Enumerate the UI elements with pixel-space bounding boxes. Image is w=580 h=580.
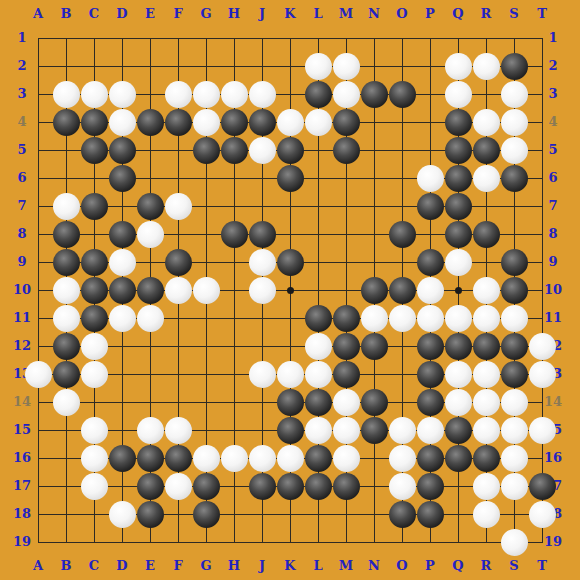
black-stone-H5 — [221, 137, 248, 164]
black-stone-S9 — [501, 249, 528, 276]
white-stone-B7 — [53, 193, 80, 220]
black-stone-P9 — [417, 249, 444, 276]
black-stone-P12 — [417, 333, 444, 360]
white-stone-H3 — [221, 81, 248, 108]
white-stone-S14 — [501, 389, 528, 416]
white-stone-M15 — [333, 417, 360, 444]
black-stone-P7 — [417, 193, 444, 220]
black-stone-N15 — [361, 417, 388, 444]
white-stone-B3 — [53, 81, 80, 108]
go-board[interactable]: AABBCCDDEEFFGGHHJJKKLLMMNNOOPPQQRRSSTT11… — [0, 0, 580, 580]
black-stone-Q16 — [445, 445, 472, 472]
white-stone-H16 — [221, 445, 248, 472]
coordinate-label: 1 — [539, 30, 567, 46]
coordinate-label: N — [360, 6, 388, 22]
coordinate-label: J — [248, 558, 276, 574]
black-stone-J4 — [249, 109, 276, 136]
coordinate-label: R — [472, 6, 500, 22]
white-stone-F3 — [165, 81, 192, 108]
black-stone-C7 — [81, 193, 108, 220]
white-stone-C13 — [81, 361, 108, 388]
black-stone-D10 — [109, 277, 136, 304]
black-stone-E4 — [137, 109, 164, 136]
black-stone-R12 — [473, 333, 500, 360]
coordinate-label: 4 — [8, 114, 36, 130]
coordinate-label: H — [220, 558, 248, 574]
black-stone-H4 — [221, 109, 248, 136]
white-stone-S4 — [501, 109, 528, 136]
white-stone-E8 — [137, 221, 164, 248]
white-stone-S16 — [501, 445, 528, 472]
coordinate-label: 15 — [8, 422, 36, 438]
black-stone-K17 — [277, 473, 304, 500]
white-stone-R10 — [473, 277, 500, 304]
white-stone-F17 — [165, 473, 192, 500]
white-stone-T12 — [529, 333, 556, 360]
coordinate-label: 12 — [8, 338, 36, 354]
black-stone-F16 — [165, 445, 192, 472]
white-stone-E15 — [137, 417, 164, 444]
white-stone-Q9 — [445, 249, 472, 276]
black-stone-N12 — [361, 333, 388, 360]
white-stone-R6 — [473, 165, 500, 192]
white-stone-J16 — [249, 445, 276, 472]
coordinate-label: T — [528, 6, 556, 22]
black-stone-K6 — [277, 165, 304, 192]
black-stone-Q12 — [445, 333, 472, 360]
coordinate-label: S — [500, 558, 528, 574]
white-stone-G4 — [193, 109, 220, 136]
black-stone-P17 — [417, 473, 444, 500]
coordinate-label: G — [192, 558, 220, 574]
white-stone-T15 — [529, 417, 556, 444]
black-stone-K5 — [277, 137, 304, 164]
white-stone-D4 — [109, 109, 136, 136]
black-stone-L11 — [305, 305, 332, 332]
coordinate-label: 14 — [539, 394, 567, 410]
white-stone-P6 — [417, 165, 444, 192]
white-stone-K13 — [277, 361, 304, 388]
coordinate-label: N — [360, 558, 388, 574]
coordinate-label: J — [248, 6, 276, 22]
black-stone-S6 — [501, 165, 528, 192]
black-stone-E16 — [137, 445, 164, 472]
white-stone-G3 — [193, 81, 220, 108]
coordinate-label: D — [108, 558, 136, 574]
black-stone-B4 — [53, 109, 80, 136]
white-stone-G10 — [193, 277, 220, 304]
coordinate-label: 5 — [539, 142, 567, 158]
black-stone-G17 — [193, 473, 220, 500]
white-stone-C17 — [81, 473, 108, 500]
black-stone-O8 — [389, 221, 416, 248]
white-stone-R4 — [473, 109, 500, 136]
white-stone-M14 — [333, 389, 360, 416]
white-stone-O16 — [389, 445, 416, 472]
white-stone-R18 — [473, 501, 500, 528]
white-stone-O11 — [389, 305, 416, 332]
coordinate-label: C — [80, 6, 108, 22]
black-stone-G5 — [193, 137, 220, 164]
white-stone-R13 — [473, 361, 500, 388]
white-stone-P15 — [417, 417, 444, 444]
black-stone-C10 — [81, 277, 108, 304]
black-stone-F9 — [165, 249, 192, 276]
black-stone-C4 — [81, 109, 108, 136]
black-stone-K15 — [277, 417, 304, 444]
coordinate-label: 17 — [8, 478, 36, 494]
black-stone-P13 — [417, 361, 444, 388]
coordinate-label: M — [332, 558, 360, 574]
white-stone-C16 — [81, 445, 108, 472]
coordinate-label: P — [416, 6, 444, 22]
coordinate-label: H — [220, 6, 248, 22]
grid-line-horizontal — [38, 542, 543, 543]
black-stone-S10 — [501, 277, 528, 304]
white-stone-Q14 — [445, 389, 472, 416]
black-stone-D16 — [109, 445, 136, 472]
coordinate-label: 6 — [8, 170, 36, 186]
coordinate-label: 19 — [539, 534, 567, 550]
white-stone-R2 — [473, 53, 500, 80]
white-stone-L15 — [305, 417, 332, 444]
black-stone-M4 — [333, 109, 360, 136]
white-stone-Q3 — [445, 81, 472, 108]
black-stone-O18 — [389, 501, 416, 528]
white-stone-J5 — [249, 137, 276, 164]
white-stone-B10 — [53, 277, 80, 304]
coordinate-label: G — [192, 6, 220, 22]
black-stone-C9 — [81, 249, 108, 276]
coordinate-label: F — [164, 558, 192, 574]
black-stone-M12 — [333, 333, 360, 360]
white-stone-R14 — [473, 389, 500, 416]
coordinate-label: F — [164, 6, 192, 22]
coordinate-label: 6 — [539, 170, 567, 186]
black-stone-F4 — [165, 109, 192, 136]
coordinate-label: T — [528, 558, 556, 574]
black-stone-M17 — [333, 473, 360, 500]
black-stone-Q5 — [445, 137, 472, 164]
white-stone-N11 — [361, 305, 388, 332]
black-stone-Q15 — [445, 417, 472, 444]
white-stone-C3 — [81, 81, 108, 108]
coordinate-label: 16 — [539, 450, 567, 466]
black-stone-L3 — [305, 81, 332, 108]
coordinate-label: A — [24, 6, 52, 22]
white-stone-D11 — [109, 305, 136, 332]
white-stone-S3 — [501, 81, 528, 108]
white-stone-T18 — [529, 501, 556, 528]
black-stone-Q6 — [445, 165, 472, 192]
white-stone-B11 — [53, 305, 80, 332]
coordinate-label: P — [416, 558, 444, 574]
black-stone-S2 — [501, 53, 528, 80]
black-stone-B8 — [53, 221, 80, 248]
white-stone-K4 — [277, 109, 304, 136]
black-stone-L17 — [305, 473, 332, 500]
white-stone-C12 — [81, 333, 108, 360]
white-stone-S15 — [501, 417, 528, 444]
white-stone-R11 — [473, 305, 500, 332]
black-stone-L16 — [305, 445, 332, 472]
coordinate-label: 16 — [8, 450, 36, 466]
black-stone-Q8 — [445, 221, 472, 248]
black-stone-D8 — [109, 221, 136, 248]
white-stone-L12 — [305, 333, 332, 360]
black-stone-M11 — [333, 305, 360, 332]
black-stone-E7 — [137, 193, 164, 220]
white-stone-P11 — [417, 305, 444, 332]
white-stone-G16 — [193, 445, 220, 472]
black-stone-P14 — [417, 389, 444, 416]
white-stone-D18 — [109, 501, 136, 528]
white-stone-A13 — [25, 361, 52, 388]
coordinate-label: 7 — [539, 198, 567, 214]
coordinate-label: E — [136, 558, 164, 574]
white-stone-K16 — [277, 445, 304, 472]
black-stone-P16 — [417, 445, 444, 472]
coordinate-label: 11 — [539, 310, 567, 326]
coordinate-label: Q — [444, 558, 472, 574]
coordinate-label: 19 — [8, 534, 36, 550]
black-stone-N10 — [361, 277, 388, 304]
coordinate-label: K — [276, 6, 304, 22]
white-stone-S5 — [501, 137, 528, 164]
black-stone-M13 — [333, 361, 360, 388]
white-stone-Q2 — [445, 53, 472, 80]
coordinate-label: 10 — [539, 282, 567, 298]
white-stone-R15 — [473, 417, 500, 444]
coordinate-label: C — [80, 558, 108, 574]
white-stone-C15 — [81, 417, 108, 444]
black-stone-B13 — [53, 361, 80, 388]
black-stone-Q7 — [445, 193, 472, 220]
white-stone-F10 — [165, 277, 192, 304]
white-stone-M16 — [333, 445, 360, 472]
white-stone-E11 — [137, 305, 164, 332]
black-stone-N14 — [361, 389, 388, 416]
white-stone-L2 — [305, 53, 332, 80]
black-stone-E18 — [137, 501, 164, 528]
white-stone-M3 — [333, 81, 360, 108]
black-stone-G18 — [193, 501, 220, 528]
coordinate-label: 18 — [8, 506, 36, 522]
black-stone-N3 — [361, 81, 388, 108]
black-stone-P18 — [417, 501, 444, 528]
coordinate-label: 9 — [8, 254, 36, 270]
coordinate-label: M — [332, 6, 360, 22]
white-stone-P10 — [417, 277, 444, 304]
black-stone-D5 — [109, 137, 136, 164]
black-stone-S13 — [501, 361, 528, 388]
black-stone-L14 — [305, 389, 332, 416]
white-stone-L4 — [305, 109, 332, 136]
black-stone-D6 — [109, 165, 136, 192]
white-stone-S19 — [501, 529, 528, 556]
white-stone-B14 — [53, 389, 80, 416]
coordinate-label: 3 — [8, 86, 36, 102]
black-stone-O10 — [389, 277, 416, 304]
black-stone-C5 — [81, 137, 108, 164]
black-stone-K14 — [277, 389, 304, 416]
white-stone-D3 — [109, 81, 136, 108]
white-stone-S11 — [501, 305, 528, 332]
white-stone-F7 — [165, 193, 192, 220]
coordinate-label: 14 — [8, 394, 36, 410]
black-stone-E10 — [137, 277, 164, 304]
white-stone-J9 — [249, 249, 276, 276]
white-stone-J3 — [249, 81, 276, 108]
coordinate-label: B — [52, 558, 80, 574]
black-stone-C11 — [81, 305, 108, 332]
white-stone-F15 — [165, 417, 192, 444]
black-stone-B12 — [53, 333, 80, 360]
coordinate-label: 10 — [8, 282, 36, 298]
coordinate-label: B — [52, 6, 80, 22]
white-stone-O15 — [389, 417, 416, 444]
hoshi-dot — [455, 287, 462, 294]
coordinate-label: O — [388, 6, 416, 22]
coordinate-label: 8 — [8, 226, 36, 242]
coordinate-label: 8 — [539, 226, 567, 242]
coordinate-label: 2 — [8, 58, 36, 74]
coordinate-label: L — [304, 6, 332, 22]
coordinate-label: A — [24, 558, 52, 574]
white-stone-O17 — [389, 473, 416, 500]
coordinate-label: E — [136, 6, 164, 22]
black-stone-J8 — [249, 221, 276, 248]
coordinate-label: 4 — [539, 114, 567, 130]
white-stone-Q11 — [445, 305, 472, 332]
white-stone-J13 — [249, 361, 276, 388]
hoshi-dot — [287, 287, 294, 294]
black-stone-O3 — [389, 81, 416, 108]
white-stone-J10 — [249, 277, 276, 304]
coordinate-label: 5 — [8, 142, 36, 158]
black-stone-R8 — [473, 221, 500, 248]
white-stone-R17 — [473, 473, 500, 500]
coordinate-label: O — [388, 558, 416, 574]
black-stone-H8 — [221, 221, 248, 248]
white-stone-Q13 — [445, 361, 472, 388]
white-stone-T13 — [529, 361, 556, 388]
black-stone-K9 — [277, 249, 304, 276]
coordinate-label: 1 — [8, 30, 36, 46]
white-stone-M2 — [333, 53, 360, 80]
black-stone-Q4 — [445, 109, 472, 136]
coordinate-label: 7 — [8, 198, 36, 214]
black-stone-S12 — [501, 333, 528, 360]
black-stone-R16 — [473, 445, 500, 472]
white-stone-L13 — [305, 361, 332, 388]
coordinate-label: D — [108, 6, 136, 22]
coordinate-label: S — [500, 6, 528, 22]
coordinate-label: 9 — [539, 254, 567, 270]
coordinate-label: K — [276, 558, 304, 574]
coordinate-label: L — [304, 558, 332, 574]
black-stone-B9 — [53, 249, 80, 276]
black-stone-M5 — [333, 137, 360, 164]
black-stone-J17 — [249, 473, 276, 500]
black-stone-R5 — [473, 137, 500, 164]
white-stone-S17 — [501, 473, 528, 500]
black-stone-E17 — [137, 473, 164, 500]
coordinate-label: 11 — [8, 310, 36, 326]
coordinate-label: R — [472, 558, 500, 574]
coordinate-label: Q — [444, 6, 472, 22]
white-stone-D9 — [109, 249, 136, 276]
black-stone-T17 — [529, 473, 556, 500]
coordinate-label: 2 — [539, 58, 567, 74]
coordinate-label: 3 — [539, 86, 567, 102]
